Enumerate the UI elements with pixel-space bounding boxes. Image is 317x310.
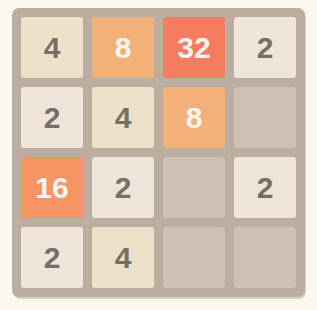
2048-board[interactable]: 48322248162224 [12, 8, 305, 297]
tile-2-r3c2: 2 [92, 157, 154, 218]
tile-4-r4c2: 4 [92, 227, 154, 288]
tile-2-r3c4: 2 [234, 157, 296, 218]
empty-cell-r2c4 [234, 87, 296, 148]
tile-2-r4c1: 2 [21, 227, 83, 288]
tile-2-r2c1: 2 [21, 87, 83, 148]
tile-4-r2c2: 4 [92, 87, 154, 148]
tile-2-r1c4: 2 [234, 17, 296, 78]
tile-16-r3c1: 16 [21, 157, 83, 218]
empty-cell-r4c3 [163, 227, 225, 288]
empty-cell-r3c3 [163, 157, 225, 218]
tile-8-r2c3: 8 [163, 87, 225, 148]
empty-cell-r4c4 [234, 227, 296, 288]
tile-8-r1c2: 8 [92, 17, 154, 78]
tile-32-r1c3: 32 [163, 17, 225, 78]
tile-4-r1c1: 4 [21, 17, 83, 78]
